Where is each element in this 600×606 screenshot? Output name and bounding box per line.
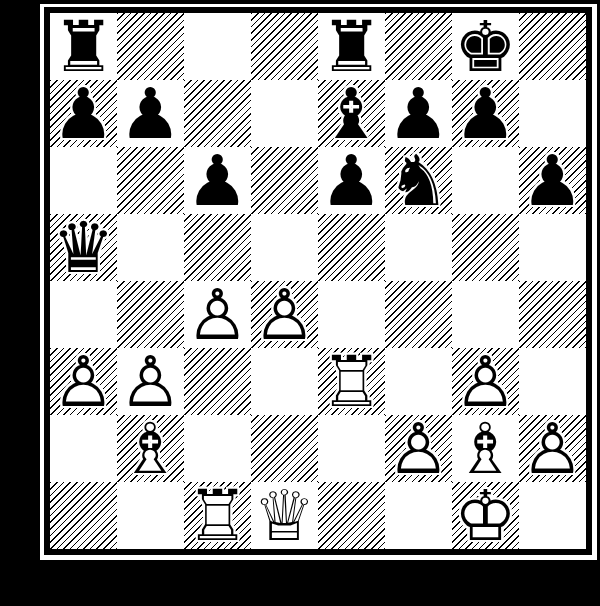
piece-black-pawn-f7[interactable]: ♟♟ [385,80,452,147]
black-rook-icon: ♜ [318,13,385,80]
square-a4[interactable] [50,281,117,348]
piece-white-bishop-g2[interactable]: ♝♗ [452,415,519,482]
square-b1[interactable] [117,482,184,549]
square-g7[interactable]: ♟♟ [452,80,519,147]
square-c1[interactable]: ♜♖ [184,482,251,549]
square-d1[interactable]: ♛♕ [251,482,318,549]
square-f3[interactable] [385,348,452,415]
white-rook-icon: ♖ [184,482,251,549]
piece-white-pawn-g3[interactable]: ♟♙ [452,348,519,415]
black-pawn-icon: ♟ [184,147,251,214]
piece-white-pawn-c4[interactable]: ♟♙ [184,281,251,348]
square-f2[interactable]: ♟♙ [385,415,452,482]
square-d2[interactable] [251,415,318,482]
square-c2[interactable] [184,415,251,482]
piece-white-pawn-a3[interactable]: ♟♙ [50,348,117,415]
piece-black-pawn-c6[interactable]: ♟♟ [184,147,251,214]
black-pawn-icon: ♟ [519,147,586,214]
square-d4[interactable]: ♟♙ [251,281,318,348]
white-king-icon: ♔ [452,482,519,549]
square-e2[interactable] [318,415,385,482]
square-h4[interactable] [519,281,586,348]
square-e6[interactable]: ♟♟ [318,147,385,214]
square-a7[interactable]: ♟♟ [50,80,117,147]
square-e5[interactable] [318,214,385,281]
black-bishop-icon: ♝ [318,80,385,147]
square-b8[interactable] [117,13,184,80]
piece-black-pawn-e6[interactable]: ♟♟ [318,147,385,214]
square-h7[interactable] [519,80,586,147]
white-pawn-icon: ♙ [50,348,117,415]
diagram-canvas: ♜♜♜♜♚♚♟♟♟♟♝♝♟♟♟♟♟♟♟♟♞♞♟♟♛♛♟♙♟♙♟♙♟♙♜♖♟♙♝♗… [0,0,600,606]
square-f1[interactable] [385,482,452,549]
piece-white-queen-d1[interactable]: ♛♕ [251,482,318,549]
black-pawn-icon: ♟ [117,80,184,147]
square-g6[interactable] [452,147,519,214]
square-d7[interactable] [251,80,318,147]
square-c4[interactable]: ♟♙ [184,281,251,348]
square-g5[interactable] [452,214,519,281]
piece-black-rook-e8[interactable]: ♜♜ [318,13,385,80]
piece-white-pawn-d4[interactable]: ♟♙ [251,281,318,348]
board-frame: ♜♜♜♜♚♚♟♟♟♟♝♝♟♟♟♟♟♟♟♟♞♞♟♟♛♛♟♙♟♙♟♙♟♙♜♖♟♙♝♗… [44,7,592,555]
square-e1[interactable] [318,482,385,549]
piece-black-queen-a5[interactable]: ♛♛ [50,214,117,281]
square-b5[interactable] [117,214,184,281]
square-h2[interactable]: ♟♙ [519,415,586,482]
square-f7[interactable]: ♟♟ [385,80,452,147]
white-pawn-icon: ♙ [519,415,586,482]
black-rook-icon: ♜ [50,13,117,80]
square-a5[interactable]: ♛♛ [50,214,117,281]
black-king-icon: ♚ [452,13,519,80]
square-h3[interactable] [519,348,586,415]
white-pawn-icon: ♙ [184,281,251,348]
piece-white-bishop-b2[interactable]: ♝♗ [117,415,184,482]
piece-black-pawn-h6[interactable]: ♟♟ [519,147,586,214]
piece-black-bishop-e7[interactable]: ♝♝ [318,80,385,147]
black-knight-icon: ♞ [385,147,452,214]
square-h5[interactable] [519,214,586,281]
square-e8[interactable]: ♜♜ [318,13,385,80]
square-g8[interactable]: ♚♚ [452,13,519,80]
white-queen-icon: ♕ [251,482,318,549]
white-rook-icon: ♖ [318,348,385,415]
piece-white-king-g1[interactable]: ♚♔ [452,482,519,549]
square-b7[interactable]: ♟♟ [117,80,184,147]
piece-white-pawn-h2[interactable]: ♟♙ [519,415,586,482]
piece-white-pawn-b3[interactable]: ♟♙ [117,348,184,415]
piece-black-pawn-g7[interactable]: ♟♟ [452,80,519,147]
piece-black-pawn-a7[interactable]: ♟♟ [50,80,117,147]
black-pawn-icon: ♟ [452,80,519,147]
piece-white-pawn-f2[interactable]: ♟♙ [385,415,452,482]
square-c6[interactable]: ♟♟ [184,147,251,214]
square-d6[interactable] [251,147,318,214]
square-g4[interactable] [452,281,519,348]
square-h1[interactable] [519,482,586,549]
square-d5[interactable] [251,214,318,281]
square-a1[interactable] [50,482,117,549]
white-pawn-icon: ♙ [117,348,184,415]
square-b4[interactable] [117,281,184,348]
square-c7[interactable] [184,80,251,147]
square-b3[interactable]: ♟♙ [117,348,184,415]
square-f8[interactable] [385,13,452,80]
black-queen-icon: ♛ [50,214,117,281]
chess-board: ♜♜♜♜♚♚♟♟♟♟♝♝♟♟♟♟♟♟♟♟♞♞♟♟♛♛♟♙♟♙♟♙♟♙♜♖♟♙♝♗… [50,13,586,549]
square-a2[interactable] [50,415,117,482]
white-bishop-icon: ♗ [452,415,519,482]
square-g2[interactable]: ♝♗ [452,415,519,482]
square-c3[interactable] [184,348,251,415]
white-pawn-icon: ♙ [251,281,318,348]
square-a3[interactable]: ♟♙ [50,348,117,415]
white-pawn-icon: ♙ [452,348,519,415]
square-c8[interactable] [184,13,251,80]
piece-black-knight-f6[interactable]: ♞♞ [385,147,452,214]
square-f4[interactable] [385,281,452,348]
square-g3[interactable]: ♟♙ [452,348,519,415]
piece-white-rook-c1[interactable]: ♜♖ [184,482,251,549]
piece-white-rook-e3[interactable]: ♜♖ [318,348,385,415]
square-d8[interactable] [251,13,318,80]
square-f5[interactable] [385,214,452,281]
piece-black-rook-a8[interactable]: ♜♜ [50,13,117,80]
square-e7[interactable]: ♝♝ [318,80,385,147]
square-a6[interactable] [50,147,117,214]
piece-black-pawn-b7[interactable]: ♟♟ [117,80,184,147]
square-b6[interactable] [117,147,184,214]
square-b2[interactable]: ♝♗ [117,415,184,482]
square-h6[interactable]: ♟♟ [519,147,586,214]
square-f6[interactable]: ♞♞ [385,147,452,214]
diagram-sheet: ♜♜♜♜♚♚♟♟♟♟♝♝♟♟♟♟♟♟♟♟♞♞♟♟♛♛♟♙♟♙♟♙♟♙♜♖♟♙♝♗… [40,4,597,560]
white-pawn-icon: ♙ [385,415,452,482]
square-a8[interactable]: ♜♜ [50,13,117,80]
square-h8[interactable] [519,13,586,80]
square-g1[interactable]: ♚♔ [452,482,519,549]
piece-black-king-g8[interactable]: ♚♚ [452,13,519,80]
black-pawn-icon: ♟ [50,80,117,147]
white-bishop-icon: ♗ [117,415,184,482]
square-c5[interactable] [184,214,251,281]
square-d3[interactable] [251,348,318,415]
black-pawn-icon: ♟ [318,147,385,214]
black-pawn-icon: ♟ [385,80,452,147]
square-e4[interactable] [318,281,385,348]
square-e3[interactable]: ♜♖ [318,348,385,415]
